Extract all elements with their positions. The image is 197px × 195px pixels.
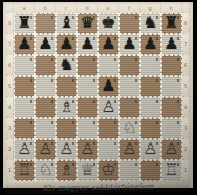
square-e6[interactable] — [98, 55, 119, 76]
square-a6[interactable] — [14, 55, 35, 76]
rank-label-right-4: 4 — [182, 97, 190, 118]
square-g1[interactable] — [140, 160, 161, 181]
square-h7[interactable]: ♟ — [161, 34, 182, 55]
rank-label-right-5: 5 — [182, 76, 190, 97]
square-f6[interactable] — [119, 55, 140, 76]
square-e4[interactable]: ♙ — [98, 97, 119, 118]
rank-label-right-1: 1 — [182, 160, 190, 181]
square-e2[interactable] — [98, 139, 119, 160]
piece-white-pawn: ♙ — [17, 141, 31, 157]
square-d3[interactable] — [77, 118, 98, 139]
piece-black-pawn: ♟ — [59, 36, 73, 52]
rank-label-right-7: 7 — [182, 34, 190, 55]
rank-label-left-6: 6 — [6, 55, 14, 76]
square-g8[interactable]: ♞ — [140, 13, 161, 34]
square-h6[interactable] — [161, 55, 182, 76]
piece-black-bishop: ♝ — [59, 15, 73, 31]
square-a4[interactable] — [14, 97, 35, 118]
square-c6[interactable]: ♞ — [56, 55, 77, 76]
square-h3[interactable] — [161, 118, 182, 139]
square-f4[interactable] — [119, 97, 140, 118]
piece-white-rook: ♖ — [17, 162, 31, 178]
square-d4[interactable] — [77, 97, 98, 118]
square-e5[interactable]: ♟ — [98, 76, 119, 97]
piece-white-pawn: ♙ — [164, 141, 178, 157]
file-label-f: f — [119, 4, 140, 13]
stamp-sheet: abcdefgh8♜♝♛♚♞♜87♟♟♟♟♟♟♟♟76♞65♟54♗♙43♘32… — [3, 2, 193, 188]
square-f2[interactable]: ♙ — [119, 139, 140, 160]
piece-black-queen: ♛ — [80, 15, 94, 31]
square-g3[interactable] — [140, 118, 161, 139]
square-h2[interactable]: ♙ — [161, 139, 182, 160]
square-c8[interactable]: ♝ — [56, 13, 77, 34]
piece-black-pawn: ♟ — [80, 36, 94, 52]
piece-white-bishop: ♗ — [59, 162, 73, 178]
square-h5[interactable] — [161, 76, 182, 97]
piece-black-knight: ♞ — [143, 15, 157, 31]
square-g7[interactable]: ♟ — [140, 34, 161, 55]
square-h1[interactable]: ♖ — [161, 160, 182, 181]
square-b2[interactable]: ♙ — [35, 139, 56, 160]
square-e7[interactable]: ♟ — [98, 34, 119, 55]
piece-white-pawn: ♙ — [101, 99, 115, 115]
square-e3[interactable] — [98, 118, 119, 139]
square-g2[interactable]: ♙ — [140, 139, 161, 160]
square-a2[interactable]: ♙ — [14, 139, 35, 160]
square-h4[interactable] — [161, 97, 182, 118]
square-f8[interactable] — [119, 13, 140, 34]
rank-label-left-3: 3 — [6, 118, 14, 139]
rank-label-left-2: 2 — [6, 139, 14, 160]
piece-black-pawn: ♟ — [17, 36, 31, 52]
square-g6[interactable] — [140, 55, 161, 76]
square-d8[interactable]: ♛ — [77, 13, 98, 34]
square-d1[interactable]: ♕ — [77, 160, 98, 181]
square-d7[interactable]: ♟ — [77, 34, 98, 55]
square-b6[interactable] — [35, 55, 56, 76]
square-a5[interactable] — [14, 76, 35, 97]
margin-corner-top-right — [182, 4, 190, 13]
square-d6[interactable] — [77, 55, 98, 76]
file-label-b: b — [35, 4, 56, 13]
square-f3[interactable]: ♘ — [119, 118, 140, 139]
piece-black-pawn: ♟ — [101, 78, 115, 94]
square-a8[interactable]: ♜ — [14, 13, 35, 34]
piece-white-pawn: ♙ — [38, 141, 52, 157]
piece-black-pawn: ♟ — [122, 36, 136, 52]
piece-black-pawn: ♟ — [164, 36, 178, 52]
square-d5[interactable] — [77, 76, 98, 97]
square-f7[interactable]: ♟ — [119, 34, 140, 55]
square-b1[interactable]: ♘ — [35, 160, 56, 181]
piece-white-pawn: ♙ — [59, 141, 73, 157]
piece-black-rook: ♜ — [17, 15, 31, 31]
piece-white-pawn: ♙ — [143, 141, 157, 157]
square-a7[interactable]: ♟ — [14, 34, 35, 55]
square-a1[interactable]: ♖ — [14, 160, 35, 181]
square-b3[interactable] — [35, 118, 56, 139]
piece-white-queen: ♕ — [80, 162, 94, 178]
rank-label-left-5: 5 — [6, 76, 14, 97]
piece-black-pawn: ♟ — [38, 36, 52, 52]
rank-label-left-4: 4 — [6, 97, 14, 118]
piece-white-pawn: ♙ — [122, 141, 136, 157]
square-g4[interactable] — [140, 97, 161, 118]
square-h8[interactable]: ♜ — [161, 13, 182, 34]
square-c1[interactable]: ♗ — [56, 160, 77, 181]
piece-black-rook: ♜ — [164, 15, 178, 31]
piece-white-knight: ♘ — [38, 162, 52, 178]
square-e8[interactable]: ♚ — [98, 13, 119, 34]
rank-label-right-3: 3 — [182, 118, 190, 139]
chessboard: abcdefgh8♜♝♛♚♞♜87♟♟♟♟♟♟♟♟76♞65♟54♗♙43♘32… — [6, 4, 190, 193]
piece-black-pawn: ♟ — [143, 36, 157, 52]
piece-white-rook: ♖ — [164, 162, 178, 178]
piece-black-knight: ♞ — [59, 57, 73, 73]
piece-white-bishop: ♗ — [59, 99, 73, 115]
piece-white-king: ♔ — [101, 162, 115, 178]
square-c7[interactable]: ♟ — [56, 34, 77, 55]
square-a3[interactable] — [14, 118, 35, 139]
square-f5[interactable] — [119, 76, 140, 97]
square-d2[interactable]: ♙ — [77, 139, 98, 160]
piece-white-pawn: ♙ — [80, 141, 94, 157]
square-c4[interactable]: ♗ — [56, 97, 77, 118]
square-e1[interactable]: ♔ — [98, 160, 119, 181]
rank-label-left-8: 8 — [6, 13, 14, 34]
square-b5[interactable] — [35, 76, 56, 97]
piece-white-knight: ♘ — [122, 120, 136, 136]
piece-black-king: ♚ — [101, 15, 115, 31]
square-b7[interactable]: ♟ — [35, 34, 56, 55]
square-c3[interactable] — [56, 118, 77, 139]
sheet-caption: Kis magyar sakktörténelem — [6, 179, 190, 194]
square-b4[interactable] — [35, 97, 56, 118]
square-b8[interactable] — [35, 13, 56, 34]
square-f1[interactable] — [119, 160, 140, 181]
margin-corner-top-left — [6, 4, 14, 13]
rank-label-right-6: 6 — [182, 55, 190, 76]
square-g5[interactable] — [140, 76, 161, 97]
rank-label-right-8: 8 — [182, 13, 190, 34]
rank-label-right-2: 2 — [182, 139, 190, 160]
rank-label-left-7: 7 — [6, 34, 14, 55]
piece-black-pawn: ♟ — [101, 36, 115, 52]
square-c2[interactable]: ♙ — [56, 139, 77, 160]
square-c5[interactable] — [56, 76, 77, 97]
rank-label-left-1: 1 — [6, 160, 14, 181]
